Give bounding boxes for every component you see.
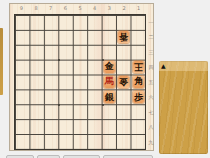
sente-komadai[interactable]: ▲ (159, 61, 208, 154)
rank-label: 五 (147, 74, 155, 89)
shogi-piece-promoted-bishop[interactable]: 馬 (104, 76, 115, 88)
toolbar-button-sliver[interactable] (103, 155, 153, 158)
file-label: 6 (58, 4, 73, 13)
rank-label: 七 (147, 105, 155, 120)
file-labels: 987654321 (14, 4, 146, 13)
file-label: 3 (102, 4, 117, 13)
toolbar-button-sliver[interactable] (6, 155, 34, 158)
toolbar-button-sliver[interactable] (63, 155, 100, 158)
gote-komadai-sliver (0, 28, 3, 95)
file-label: 4 (87, 4, 102, 13)
shogi-piece-king[interactable]: 王 (133, 61, 144, 73)
shogi-piece-bishop[interactable]: 角 (133, 76, 144, 88)
shogi-piece-gold[interactable]: 金 (104, 61, 115, 73)
shogi-piece-pawn[interactable]: 歩 (133, 91, 144, 103)
file-label: 7 (43, 4, 58, 13)
pieces-layer: 香金王馬金角銀歩 (14, 14, 146, 150)
shogi-piece-silver[interactable]: 銀 (104, 91, 115, 103)
rank-label: 四 (147, 59, 155, 74)
rank-label: 九 (147, 135, 155, 150)
rank-label: 三 (147, 44, 155, 59)
rank-label: 二 (147, 29, 155, 44)
file-label: 9 (14, 4, 29, 13)
sente-komadai-header: ▲ (159, 61, 208, 71)
file-label: 8 (29, 4, 44, 13)
shogi-piece-gold[interactable]: 金 (118, 76, 129, 88)
sente-marker-icon: ▲ (161, 61, 166, 71)
shogi-board: 987654321 一二三四五六七八九 香金王馬金角銀歩 (9, 3, 154, 151)
file-label: 1 (131, 4, 146, 13)
file-label: 2 (117, 4, 132, 13)
rank-label: 六 (147, 90, 155, 105)
rank-labels: 一二三四五六七八九 (147, 14, 155, 150)
toolbar-button-sliver[interactable] (37, 155, 60, 158)
rank-label: 一 (147, 14, 155, 29)
rank-label: 八 (147, 120, 155, 135)
shogi-piece-lance[interactable]: 香 (118, 31, 129, 43)
file-label: 5 (73, 4, 88, 13)
